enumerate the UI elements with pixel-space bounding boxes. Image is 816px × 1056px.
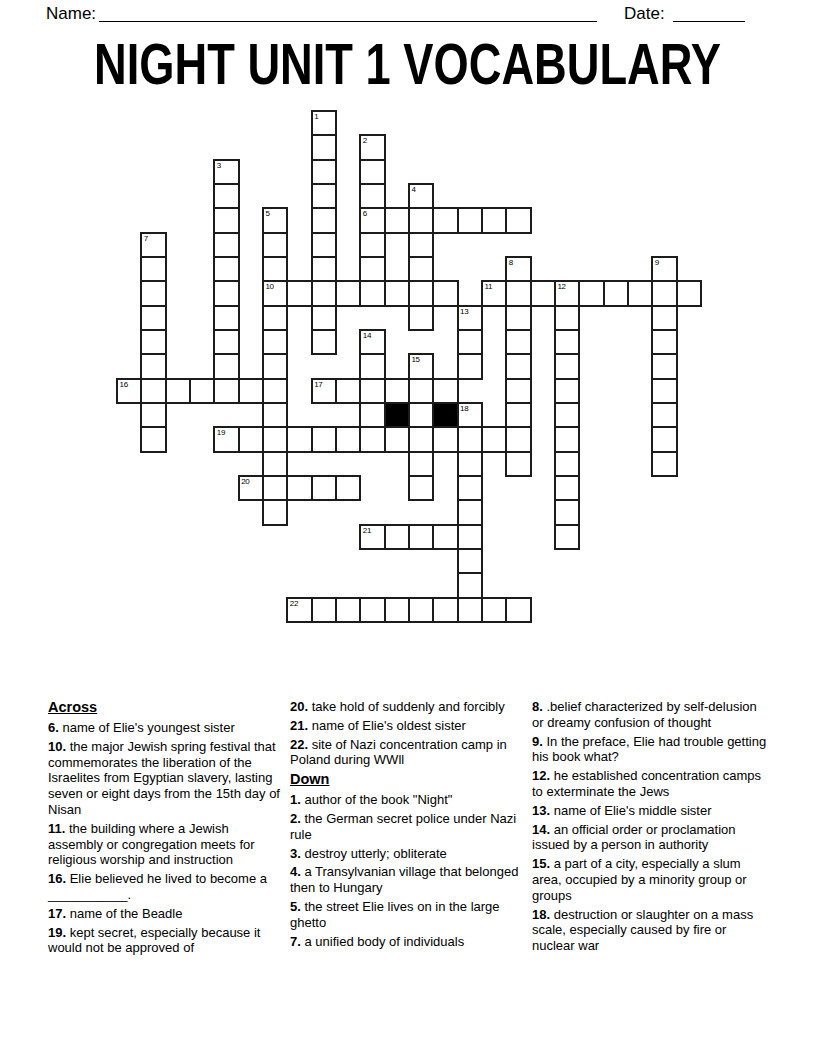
cell-r11c4[interactable] bbox=[213, 378, 239, 404]
clue-number: 20. bbox=[290, 699, 308, 714]
cell-r11c9[interactable] bbox=[335, 378, 361, 404]
cell-r7c21[interactable] bbox=[627, 280, 653, 306]
clue-down-8: 8. .belief characterized by self-delusio… bbox=[532, 699, 770, 731]
cell-r8c1[interactable] bbox=[140, 305, 166, 331]
cell-r7c19[interactable] bbox=[578, 280, 604, 306]
cell-r7c10[interactable] bbox=[359, 280, 385, 306]
cell-r6c8[interactable] bbox=[311, 256, 337, 282]
cell-r2c4[interactable]: 3 bbox=[213, 159, 239, 185]
cell-r15c9[interactable] bbox=[335, 475, 361, 501]
cell-r9c1[interactable] bbox=[140, 329, 166, 355]
cell-r12c10[interactable] bbox=[359, 402, 385, 428]
cell-r10c22[interactable] bbox=[651, 353, 677, 379]
cell-r8c16[interactable] bbox=[505, 305, 531, 331]
date-label: Date: bbox=[624, 4, 665, 24]
cell-number-12: 12 bbox=[557, 282, 565, 291]
cell-r4c6[interactable]: 5 bbox=[262, 207, 288, 233]
clue-down-7: 7. a unified body of individuals bbox=[290, 934, 528, 950]
cell-r4c4[interactable] bbox=[213, 207, 239, 233]
cell-r10c10[interactable] bbox=[359, 353, 385, 379]
cell-r7c1[interactable] bbox=[140, 280, 166, 306]
clue-across-21: 21. name of Elie's oldest sister bbox=[290, 718, 528, 734]
crossword-grid: 12345678910111213141516171819202122 bbox=[116, 110, 702, 623]
cell-r10c1[interactable] bbox=[140, 353, 166, 379]
clue-down-1: 1. author of the book "Night" bbox=[290, 792, 528, 808]
cell-r11c0[interactable]: 16 bbox=[116, 378, 142, 404]
cell-number-19: 19 bbox=[217, 428, 225, 437]
cell-r12c6[interactable] bbox=[262, 402, 288, 428]
cell-r7c6[interactable]: 10 bbox=[262, 280, 288, 306]
cell-r11c16[interactable] bbox=[505, 378, 531, 404]
cell-r15c14[interactable] bbox=[457, 475, 483, 501]
cell-r11c8[interactable]: 17 bbox=[311, 378, 337, 404]
cell-r13c13[interactable] bbox=[432, 426, 458, 452]
clue-down-12: 12. he established concentration camps t… bbox=[532, 768, 770, 800]
cell-r17c11[interactable] bbox=[384, 524, 410, 550]
cell-r10c4[interactable] bbox=[213, 353, 239, 379]
clue-across-22: 22. site of Nazi concentration camp in P… bbox=[290, 737, 528, 769]
cell-r15c18[interactable] bbox=[554, 475, 580, 501]
clue-number: 16. bbox=[48, 871, 66, 886]
clue-number: 15. bbox=[532, 856, 550, 871]
cell-r13c8[interactable] bbox=[311, 426, 337, 452]
cell-number-11: 11 bbox=[484, 282, 492, 291]
clues-column-3: 8. .belief characterized by self-delusio… bbox=[532, 699, 770, 957]
cell-r8c14[interactable]: 13 bbox=[457, 305, 483, 331]
cell-r19c14[interactable] bbox=[457, 572, 483, 598]
cell-r11c5[interactable] bbox=[238, 378, 264, 404]
cell-r7c16[interactable] bbox=[505, 280, 531, 306]
clue-down-15: 15. a part of a city, especially a slum … bbox=[532, 856, 770, 903]
cell-r11c22[interactable] bbox=[651, 378, 677, 404]
cell-r12c14[interactable]: 18 bbox=[457, 402, 483, 428]
clue-number: 6. bbox=[48, 720, 59, 735]
worksheet-page: { "game": "crossword", "title": "NIGHT U… bbox=[0, 0, 816, 1056]
cell-number-5: 5 bbox=[265, 209, 269, 218]
cell-number-2: 2 bbox=[363, 136, 367, 145]
cell-number-13: 13 bbox=[460, 307, 468, 316]
clues-column-1: Across6. name of Elie's youngest sister1… bbox=[48, 699, 286, 959]
cell-r12c1[interactable] bbox=[140, 402, 166, 428]
clue-across-17: 17. name of the Beadle bbox=[48, 906, 286, 922]
cell-r7c20[interactable] bbox=[603, 280, 629, 306]
clue-number: 7. bbox=[290, 934, 301, 949]
down-heading: Down bbox=[290, 771, 528, 788]
name-label: Name: bbox=[46, 4, 96, 24]
page-title: NIGHT UNIT 1 VOCABULARY bbox=[94, 36, 721, 96]
clue-across-6: 6. name of Elie's youngest sister bbox=[48, 720, 286, 736]
cell-r4c14[interactable] bbox=[457, 207, 483, 233]
cell-r6c1[interactable] bbox=[140, 256, 166, 282]
cell-r7c18[interactable]: 12 bbox=[554, 280, 580, 306]
cell-r9c18[interactable] bbox=[554, 329, 580, 355]
cell-r15c5[interactable]: 20 bbox=[238, 475, 264, 501]
cell-r4c13[interactable] bbox=[432, 207, 458, 233]
cell-number-9: 9 bbox=[655, 258, 659, 267]
cell-number-7: 7 bbox=[144, 234, 148, 243]
cell-r11c6[interactable] bbox=[262, 378, 288, 404]
cell-number-3: 3 bbox=[217, 161, 221, 170]
across-heading: Across bbox=[48, 699, 286, 716]
cell-r7c15[interactable]: 11 bbox=[481, 280, 507, 306]
clue-number: 2. bbox=[290, 811, 301, 826]
cell-number-17: 17 bbox=[314, 380, 322, 389]
puzzle-title-svg: NIGHT UNIT 1 VOCABULARY bbox=[94, 36, 724, 96]
cell-r12c16[interactable] bbox=[505, 402, 531, 428]
cell-r9c22[interactable] bbox=[651, 329, 677, 355]
clue-number: 10. bbox=[48, 739, 66, 754]
cell-r10c18[interactable] bbox=[554, 353, 580, 379]
cell-r13c11[interactable] bbox=[384, 426, 410, 452]
cell-number-15: 15 bbox=[411, 355, 419, 364]
cell-number-22: 22 bbox=[290, 599, 298, 608]
clue-across-19: 19. kept secret, especially because it w… bbox=[48, 925, 286, 957]
cell-r7c13[interactable] bbox=[432, 280, 458, 306]
cell-r13c9[interactable] bbox=[335, 426, 361, 452]
cell-number-21: 21 bbox=[363, 526, 371, 535]
cell-r8c8[interactable] bbox=[311, 305, 337, 331]
cell-r14c16[interactable] bbox=[505, 451, 531, 477]
cell-r13c6[interactable] bbox=[262, 426, 288, 452]
clue-number: 21. bbox=[290, 718, 308, 733]
cell-r10c6[interactable] bbox=[262, 353, 288, 379]
black-cell-r12c11 bbox=[384, 402, 410, 428]
clue-across-10: 10. the major Jewish spring festival tha… bbox=[48, 739, 286, 818]
cell-r11c18[interactable] bbox=[554, 378, 580, 404]
cell-r10c12[interactable]: 15 bbox=[408, 353, 434, 379]
cell-r15c8[interactable] bbox=[311, 475, 337, 501]
cell-r11c2[interactable] bbox=[165, 378, 191, 404]
cell-r13c14[interactable] bbox=[457, 426, 483, 452]
cell-r8c4[interactable] bbox=[213, 305, 239, 331]
clue-down-2: 2. the German secret police under Nazi r… bbox=[290, 811, 528, 843]
cell-number-8: 8 bbox=[509, 258, 513, 267]
cell-r13c12[interactable] bbox=[408, 426, 434, 452]
cell-r15c12[interactable] bbox=[408, 475, 434, 501]
clue-down-5: 5. the street Elie lives on in the large… bbox=[290, 899, 528, 931]
clue-down-3: 3. destroy utterly; obliterate bbox=[290, 846, 528, 862]
cell-r3c12[interactable]: 4 bbox=[408, 183, 434, 209]
cell-r13c4[interactable]: 19 bbox=[213, 426, 239, 452]
cell-r2c10[interactable] bbox=[359, 159, 385, 185]
cell-r6c4[interactable] bbox=[213, 256, 239, 282]
cell-r9c6[interactable] bbox=[262, 329, 288, 355]
cell-r5c4[interactable] bbox=[213, 232, 239, 258]
cell-r4c11[interactable] bbox=[384, 207, 410, 233]
cell-number-14: 14 bbox=[363, 331, 371, 340]
name-fill-in-line[interactable] bbox=[99, 21, 597, 22]
cell-r15c6[interactable] bbox=[262, 475, 288, 501]
cell-r17c12[interactable] bbox=[408, 524, 434, 550]
cell-number-1: 1 bbox=[314, 112, 318, 121]
cell-r7c11[interactable] bbox=[384, 280, 410, 306]
cell-r10c16[interactable] bbox=[505, 353, 531, 379]
clue-down-18: 18. destruction or slaughter on a mass s… bbox=[532, 907, 770, 954]
cell-r6c12[interactable] bbox=[408, 256, 434, 282]
cell-r6c6[interactable] bbox=[262, 256, 288, 282]
cell-r11c11[interactable] bbox=[384, 378, 410, 404]
cell-r5c12[interactable] bbox=[408, 232, 434, 258]
cell-r13c7[interactable] bbox=[286, 426, 312, 452]
cell-r1c8[interactable] bbox=[311, 134, 337, 160]
cell-r1c10[interactable]: 2 bbox=[359, 134, 385, 160]
cell-r16c6[interactable] bbox=[262, 499, 288, 525]
cell-r5c6[interactable] bbox=[262, 232, 288, 258]
cell-r13c15[interactable] bbox=[481, 426, 507, 452]
clue-across-20: 20. take hold of suddenly and forcibly bbox=[290, 699, 528, 715]
cell-r4c15[interactable] bbox=[481, 207, 507, 233]
cell-r17c10[interactable]: 21 bbox=[359, 524, 385, 550]
clue-down-14: 14. an official order or proclamation is… bbox=[532, 822, 770, 854]
cell-r9c14[interactable] bbox=[457, 329, 483, 355]
cell-r5c10[interactable] bbox=[359, 232, 385, 258]
cell-r7c22[interactable] bbox=[651, 280, 677, 306]
cell-r20c9[interactable] bbox=[335, 597, 361, 623]
clues-column-2: 20. take hold of suddenly and forcibly21… bbox=[290, 699, 528, 952]
cell-r8c6[interactable] bbox=[262, 305, 288, 331]
cell-r8c22[interactable] bbox=[651, 305, 677, 331]
clue-down-13: 13. name of Elie's middle sister bbox=[532, 803, 770, 819]
cell-r7c8[interactable] bbox=[311, 280, 337, 306]
cell-r14c22[interactable] bbox=[651, 451, 677, 477]
cell-r9c16[interactable] bbox=[505, 329, 531, 355]
cell-number-10: 10 bbox=[265, 282, 273, 291]
cell-r17c13[interactable] bbox=[432, 524, 458, 550]
cell-r20c10[interactable] bbox=[359, 597, 385, 623]
cell-number-6: 6 bbox=[363, 209, 367, 218]
clue-number: 1. bbox=[290, 792, 301, 807]
cell-r9c10[interactable]: 14 bbox=[359, 329, 385, 355]
cell-number-16: 16 bbox=[120, 380, 128, 389]
cell-r20c11[interactable] bbox=[384, 597, 410, 623]
cell-r12c22[interactable] bbox=[651, 402, 677, 428]
cell-r17c14[interactable] bbox=[457, 524, 483, 550]
cell-r20c7[interactable]: 22 bbox=[286, 597, 312, 623]
date-fill-in-line[interactable] bbox=[673, 21, 745, 22]
cell-r6c16[interactable]: 8 bbox=[505, 256, 531, 282]
cell-r13c5[interactable] bbox=[238, 426, 264, 452]
cell-r3c4[interactable] bbox=[213, 183, 239, 209]
cell-r16c18[interactable] bbox=[554, 499, 580, 525]
cell-r20c12[interactable] bbox=[408, 597, 434, 623]
cell-r20c15[interactable] bbox=[481, 597, 507, 623]
cell-r4c12[interactable] bbox=[408, 207, 434, 233]
cell-r20c8[interactable] bbox=[311, 597, 337, 623]
cell-r6c22[interactable]: 9 bbox=[651, 256, 677, 282]
cell-r4c8[interactable] bbox=[311, 207, 337, 233]
cell-r15c7[interactable] bbox=[286, 475, 312, 501]
cell-number-4: 4 bbox=[411, 185, 415, 194]
clue-across-16: 16. Elie believed he lived to become a _… bbox=[48, 871, 286, 903]
cell-r20c16[interactable] bbox=[505, 597, 531, 623]
clue-number: 11. bbox=[48, 821, 65, 836]
cell-r3c8[interactable] bbox=[311, 183, 337, 209]
clue-number: 18. bbox=[532, 907, 550, 922]
cell-r8c18[interactable] bbox=[554, 305, 580, 331]
cell-r14c14[interactable] bbox=[457, 451, 483, 477]
cell-r7c9[interactable] bbox=[335, 280, 361, 306]
cell-r7c12[interactable] bbox=[408, 280, 434, 306]
cell-r12c18[interactable] bbox=[554, 402, 580, 428]
cell-r13c18[interactable] bbox=[554, 426, 580, 452]
cell-r16c14[interactable] bbox=[457, 499, 483, 525]
cell-r5c1[interactable]: 7 bbox=[140, 232, 166, 258]
black-cell-r12c13 bbox=[432, 402, 458, 428]
cell-r11c3[interactable] bbox=[189, 378, 215, 404]
cell-r14c12[interactable] bbox=[408, 451, 434, 477]
clue-number: 17. bbox=[48, 906, 66, 921]
cell-r20c14[interactable] bbox=[457, 597, 483, 623]
clue-down-9: 9. In the preface, Elie had trouble gett… bbox=[532, 734, 770, 766]
cell-r2c8[interactable] bbox=[311, 159, 337, 185]
cell-r9c4[interactable] bbox=[213, 329, 239, 355]
cell-r18c14[interactable] bbox=[457, 548, 483, 574]
cell-r4c10[interactable]: 6 bbox=[359, 207, 385, 233]
cell-r13c22[interactable] bbox=[651, 426, 677, 452]
cell-r7c17[interactable] bbox=[530, 280, 556, 306]
cell-r6c10[interactable] bbox=[359, 256, 385, 282]
cell-r13c16[interactable] bbox=[505, 426, 531, 452]
cell-r0c8[interactable]: 1 bbox=[311, 110, 337, 136]
cell-r12c12[interactable] bbox=[408, 402, 434, 428]
cell-r7c23[interactable] bbox=[676, 280, 702, 306]
cell-r4c16[interactable] bbox=[505, 207, 531, 233]
cell-r7c7[interactable] bbox=[286, 280, 312, 306]
clue-number: 3. bbox=[290, 846, 301, 861]
cell-r8c12[interactable] bbox=[408, 305, 434, 331]
clue-number: 14. bbox=[532, 822, 550, 837]
clue-number: 12. bbox=[532, 768, 550, 783]
cell-r11c10[interactable] bbox=[359, 378, 385, 404]
cell-r7c4[interactable] bbox=[213, 280, 239, 306]
clue-number: 13. bbox=[532, 803, 550, 818]
cell-r14c6[interactable] bbox=[262, 451, 288, 477]
cell-r13c10[interactable] bbox=[359, 426, 385, 452]
cell-r5c8[interactable] bbox=[311, 232, 337, 258]
clue-down-4: 4. a Transylvanian village that belonged… bbox=[290, 864, 528, 896]
clue-number: 9. bbox=[532, 734, 543, 749]
clue-across-11: 11. the building where a Jewish assembly… bbox=[48, 821, 286, 868]
cell-r3c10[interactable] bbox=[359, 183, 385, 209]
cell-r11c1[interactable] bbox=[140, 378, 166, 404]
cell-number-18: 18 bbox=[460, 404, 468, 413]
cell-r10c14[interactable] bbox=[457, 353, 483, 379]
cell-r9c8[interactable] bbox=[311, 329, 337, 355]
clue-number: 22. bbox=[290, 737, 308, 752]
cell-r20c13[interactable] bbox=[432, 597, 458, 623]
cell-r17c18[interactable] bbox=[554, 524, 580, 550]
clue-number: 8. bbox=[532, 699, 543, 714]
cell-r11c12[interactable] bbox=[408, 378, 434, 404]
clue-number: 4. bbox=[290, 864, 301, 879]
cell-r11c13[interactable] bbox=[432, 378, 458, 404]
cell-r14c18[interactable] bbox=[554, 451, 580, 477]
clue-number: 19. bbox=[48, 925, 66, 940]
clue-number: 5. bbox=[290, 899, 301, 914]
cell-r13c1[interactable] bbox=[140, 426, 166, 452]
cell-number-20: 20 bbox=[241, 477, 249, 486]
